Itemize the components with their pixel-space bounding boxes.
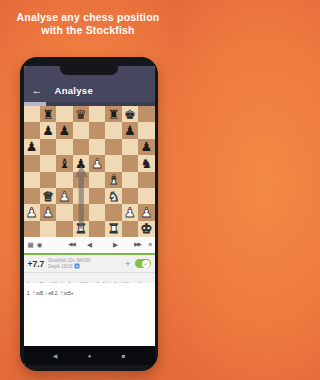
square-b3[interactable]: ♛ [40, 188, 56, 204]
phone-mockup: ← Analyse ♜♛♜♚♟♟♟♟♟♝♟♟♞♝♛♟♞♟♟♟♟♜♜♚ ▦◉◀◀◀… [20, 57, 158, 371]
move-list[interactable]: 1. ♖xd5 ♘e8 2. ♖xc5+ [24, 283, 155, 346]
piece-black-pawn: ♟ [140, 140, 152, 153]
step-forward-icon[interactable]: ▶ [113, 242, 118, 249]
square-c8[interactable] [56, 106, 72, 122]
piece-white-bishop: ♝ [108, 173, 120, 186]
square-a4[interactable] [24, 172, 40, 188]
plus-icon[interactable]: + [125, 259, 130, 269]
square-c1[interactable] [56, 221, 72, 237]
piece-white-rook: ♜ [108, 222, 120, 235]
piece-white-pawn: ♟ [59, 190, 71, 203]
square-b8[interactable]: ♜ [40, 106, 56, 122]
square-h1[interactable]: ♚ [138, 221, 154, 237]
square-h6[interactable]: ♟ [138, 139, 154, 155]
square-f7[interactable] [105, 122, 121, 138]
engine-info: Stockfish 10+ WASM Depth 16/18 ▲ [48, 257, 123, 270]
square-c5[interactable]: ♝ [56, 155, 72, 171]
square-e4[interactable] [89, 172, 105, 188]
square-f8[interactable]: ♜ [105, 106, 121, 122]
square-c7[interactable]: ♟ [56, 122, 72, 138]
piece-black-king: ♚ [124, 108, 136, 121]
square-g5[interactable] [122, 155, 138, 171]
square-h7[interactable] [138, 122, 154, 138]
square-g4[interactable] [122, 172, 138, 188]
square-c6[interactable] [56, 139, 72, 155]
square-c2[interactable] [56, 204, 72, 220]
square-h8[interactable] [138, 106, 154, 122]
camera-notch [60, 66, 118, 75]
nav-home-icon[interactable]: ● [88, 353, 92, 359]
square-b4[interactable] [40, 172, 56, 188]
square-b5[interactable] [40, 155, 56, 171]
phone-screen: ← Analyse ♜♛♜♚♟♟♟♟♟♝♟♟♞♝♛♟♞♟♟♟♟♜♜♚ ▦◉◀◀◀… [24, 66, 155, 365]
fast-forward-icon[interactable]: ▶▶ [134, 242, 140, 248]
square-g7[interactable]: ♟ [122, 122, 138, 138]
square-b1[interactable] [40, 221, 56, 237]
square-g1[interactable] [122, 221, 138, 237]
square-f1[interactable]: ♜ [105, 221, 121, 237]
square-h5[interactable]: ♞ [138, 155, 154, 171]
status-bar [24, 66, 155, 78]
square-a5[interactable] [24, 155, 40, 171]
piece-white-rook: ♜ [75, 222, 87, 235]
piece-black-pawn: ♟ [75, 157, 87, 170]
hero-title: Analyse any chess position with the Stoc… [0, 11, 176, 37]
android-nav-bar: ◀ ● ■ [24, 346, 155, 365]
piece-black-queen: ♛ [75, 108, 87, 121]
nav-back-icon[interactable]: ◀ [53, 353, 58, 359]
piece-black-bishop: ♝ [59, 157, 71, 170]
square-d4[interactable] [73, 172, 89, 188]
square-g8[interactable]: ♚ [122, 106, 138, 122]
square-b7[interactable]: ♟ [40, 122, 56, 138]
piece-black-rook: ♜ [42, 108, 54, 121]
square-a8[interactable] [24, 106, 40, 122]
piece-white-pawn: ♟ [42, 206, 54, 219]
settings-icon[interactable]: ◉ [37, 242, 43, 249]
square-g3[interactable] [122, 188, 138, 204]
square-e5[interactable]: ♟ [89, 155, 105, 171]
square-f2[interactable] [105, 204, 121, 220]
hero-title-line2: with the Stockfish [41, 24, 134, 36]
piece-white-pawn: ♟ [26, 206, 38, 219]
piece-black-pawn: ♟ [26, 140, 38, 153]
piece-white-pawn: ♟ [140, 206, 152, 219]
piece-white-pawn: ♟ [91, 157, 103, 170]
square-a1[interactable] [24, 221, 40, 237]
back-arrow-icon[interactable]: ← [32, 85, 43, 96]
square-f3[interactable]: ♞ [105, 188, 121, 204]
square-a7[interactable] [24, 122, 40, 138]
variation-text: 1. ♖xd5 ♘e8 2. ♖xc5+ ♘d6 3. ♗e3 c6 4. e6… [27, 282, 154, 283]
piece-black-pawn: ♟ [124, 124, 136, 137]
engine-toggle[interactable]: ✓ [135, 259, 151, 268]
square-e1[interactable] [89, 221, 105, 237]
square-d3[interactable] [73, 188, 89, 204]
piece-white-pawn: ♟ [124, 206, 136, 219]
square-e6[interactable] [89, 139, 105, 155]
square-e8[interactable] [89, 106, 105, 122]
chess-board[interactable]: ♜♛♜♚♟♟♟♟♟♝♟♟♞♝♛♟♞♟♟♟♟♜♜♚ [24, 106, 155, 237]
piece-black-knight: ♞ [140, 157, 152, 170]
piece-black-pawn: ♟ [42, 124, 54, 137]
square-c4[interactable] [56, 172, 72, 188]
square-c3[interactable]: ♟ [56, 188, 72, 204]
depth-badge-icon: ▲ [75, 264, 80, 269]
step-back-icon[interactable]: ◀ [87, 242, 92, 249]
piece-black-pawn: ♟ [59, 124, 71, 137]
page-title: Analyse [55, 85, 94, 96]
square-b2[interactable]: ♟ [40, 204, 56, 220]
square-g6[interactable] [122, 139, 138, 155]
menu-icon[interactable]: ≡ [149, 242, 153, 249]
square-h4[interactable] [138, 172, 154, 188]
piece-white-knight: ♞ [108, 190, 120, 203]
hero-title-line1: Analyse any chess position [17, 11, 160, 23]
square-g2[interactable]: ♟ [122, 204, 138, 220]
board-toolbar: ▦◉◀◀◀▶▶▶≡ [24, 237, 155, 253]
square-f5[interactable] [105, 155, 121, 171]
square-h3[interactable] [138, 188, 154, 204]
engine-depth: Depth 16/18 [48, 263, 73, 269]
engine-panel: +7.7 Stockfish 10+ WASM Depth 16/18 ▲ + … [24, 255, 155, 272]
square-a2[interactable]: ♟ [24, 204, 40, 220]
board-edit-icon[interactable]: ▦ [27, 242, 33, 249]
square-f6[interactable] [105, 139, 121, 155]
square-d5[interactable]: ♟ [73, 155, 89, 171]
engine-variation-line[interactable]: 1. ♖xd5 ♘e8 2. ♖xc5+ ♘d6 3. ♗e3 c6 4. e6… [24, 272, 155, 283]
square-d7[interactable] [73, 122, 89, 138]
square-e2[interactable] [89, 204, 105, 220]
square-d2[interactable] [73, 204, 89, 220]
square-f4[interactable]: ♝ [105, 172, 121, 188]
square-h2[interactable]: ♟ [138, 204, 154, 220]
eval-score: +7.7 [28, 259, 45, 269]
piece-white-queen: ♛ [42, 190, 54, 203]
rewind-start-icon[interactable]: ◀◀ [68, 242, 74, 248]
engine-toggle-knob: ✓ [142, 260, 150, 268]
square-d1[interactable]: ♜ [73, 221, 89, 237]
square-a6[interactable]: ♟ [24, 139, 40, 155]
square-d6[interactable] [73, 139, 89, 155]
square-b6[interactable] [40, 139, 56, 155]
piece-black-rook: ♜ [108, 108, 120, 121]
nav-recents-icon[interactable]: ■ [122, 353, 126, 359]
move-list-text: 1. ♖xd5 ♘e8 2. ♖xc5+ [27, 291, 74, 297]
app-bar: ← Analyse [24, 78, 155, 102]
square-e3[interactable] [89, 188, 105, 204]
square-d8[interactable]: ♛ [73, 106, 89, 122]
square-e7[interactable] [89, 122, 105, 138]
piece-white-king: ♚ [140, 222, 152, 235]
square-a3[interactable] [24, 188, 40, 204]
